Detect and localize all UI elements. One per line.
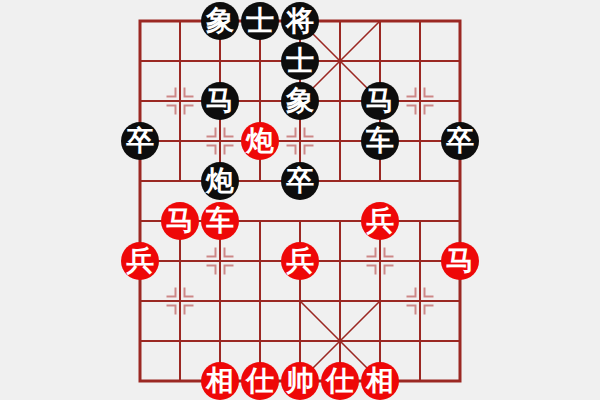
piece-black-advisor[interactable]: 士: [241, 2, 279, 40]
piece-black-horse[interactable]: 马: [201, 82, 239, 120]
piece-black-cannon[interactable]: 炮: [201, 162, 239, 200]
piece-red-horse[interactable]: 马: [441, 242, 479, 280]
piece-red-soldier[interactable]: 兵: [121, 242, 159, 280]
piece-black-general[interactable]: 将: [281, 2, 319, 40]
piece-black-soldier[interactable]: 卒: [121, 122, 159, 160]
piece-black-elephant[interactable]: 象: [281, 82, 319, 120]
piece-red-advisor[interactable]: 仕: [321, 362, 359, 400]
piece-black-elephant[interactable]: 象: [201, 2, 239, 40]
piece-red-cannon[interactable]: 炮: [241, 122, 279, 160]
piece-black-chariot[interactable]: 车: [361, 122, 399, 160]
piece-red-elephant[interactable]: 相: [201, 362, 239, 400]
piece-black-horse[interactable]: 马: [361, 82, 399, 120]
piece-black-soldier[interactable]: 卒: [281, 162, 319, 200]
piece-red-general[interactable]: 帅: [281, 362, 319, 400]
piece-red-elephant[interactable]: 相: [361, 362, 399, 400]
piece-red-chariot[interactable]: 车: [201, 202, 239, 240]
piece-red-advisor[interactable]: 仕: [241, 362, 279, 400]
piece-black-advisor[interactable]: 士: [281, 42, 319, 80]
piece-red-soldier[interactable]: 兵: [361, 202, 399, 240]
xiangqi-app: 象士将士马象马卒炮车卒炮卒马车兵兵兵马相仕帅仕相: [0, 0, 600, 400]
pieces-layer: 象士将士马象马卒炮车卒炮卒马车兵兵兵马相仕帅仕相: [120, 1, 480, 400]
piece-red-horse[interactable]: 马: [161, 202, 199, 240]
piece-red-soldier[interactable]: 兵: [281, 242, 319, 280]
piece-black-soldier[interactable]: 卒: [441, 122, 479, 160]
